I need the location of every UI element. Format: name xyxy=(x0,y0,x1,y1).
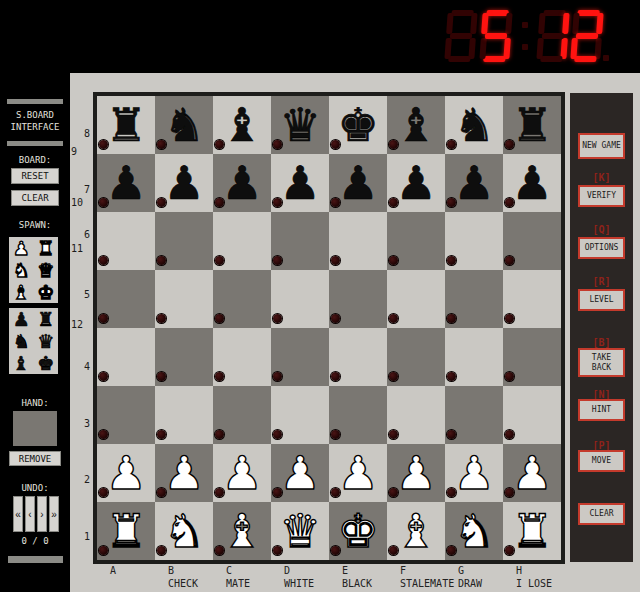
file-label-g: GDRAW xyxy=(445,565,503,592)
piece-black-bishop: ♝ xyxy=(213,96,271,154)
file-label-c: CMATE xyxy=(213,565,271,592)
square-g5[interactable] xyxy=(445,270,503,328)
square-f4[interactable] xyxy=(387,328,445,386)
square-a3[interactable] xyxy=(97,386,155,444)
piece-white-bishop: ♝ xyxy=(387,502,445,560)
square-e7[interactable]: ♟ xyxy=(329,154,387,212)
file-letter: C xyxy=(226,565,271,578)
piece-white-knight: ♞ xyxy=(155,502,213,560)
square-b4[interactable] xyxy=(155,328,213,386)
spawn-white-bishop[interactable]: ♝ xyxy=(9,281,34,303)
square-f5[interactable] xyxy=(387,270,445,328)
square-h5[interactable] xyxy=(503,270,561,328)
square-c2[interactable]: ♟ xyxy=(213,444,271,502)
key-hint-k: [K] xyxy=(570,172,633,183)
square-c5[interactable] xyxy=(213,270,271,328)
square-led xyxy=(215,256,224,265)
spawn-white-pawn[interactable]: ♟ xyxy=(9,237,34,259)
file-labels: ABCHECKCMATEDWHITEEBLACKFSTALEMATEGDRAWH… xyxy=(97,565,561,592)
square-b8[interactable]: ♞ xyxy=(155,96,213,154)
square-led xyxy=(157,430,166,439)
square-a8[interactable]: ♜ xyxy=(97,96,155,154)
square-f1[interactable]: ♝ xyxy=(387,502,445,560)
square-f2[interactable]: ♟ xyxy=(387,444,445,502)
square-d4[interactable] xyxy=(271,328,329,386)
hand-section-label: HAND: xyxy=(0,398,70,408)
rank-label-5: 5 xyxy=(84,289,90,300)
hint-button[interactable]: HINT xyxy=(578,399,625,421)
piece-black-pawn: ♟ xyxy=(13,308,30,330)
square-led xyxy=(99,256,108,265)
move-button[interactable]: MOVE xyxy=(578,450,625,472)
square-f7[interactable]: ♟ xyxy=(387,154,445,212)
chess-board: ♜♞♝♛♚♝♞♜♟♟♟♟♟♟♟♟♟♟♟♟♟♟♟♟♜♞♝♛♚♝♞♜ xyxy=(97,96,561,560)
square-g3[interactable] xyxy=(445,386,503,444)
piece-white-pawn: ♟ xyxy=(387,444,445,502)
piece-white-knight: ♞ xyxy=(445,502,503,560)
square-h3[interactable] xyxy=(503,386,561,444)
rank-label-3: 3 xyxy=(84,418,90,429)
square-e3[interactable] xyxy=(329,386,387,444)
square-led xyxy=(447,372,456,381)
square-b1[interactable]: ♞ xyxy=(155,502,213,560)
square-led xyxy=(273,372,282,381)
piece-white-pawn: ♟ xyxy=(445,444,503,502)
file-letter: D xyxy=(284,565,329,578)
led-row-label-10: 10 xyxy=(71,197,83,208)
spawn-white-panel: ♟♜♞♛♝♚ xyxy=(9,237,58,303)
square-led xyxy=(505,430,514,439)
file-label-a: A xyxy=(97,565,155,592)
spawn-section-label: SPAWN: xyxy=(0,220,70,230)
level-button[interactable]: LEVEL xyxy=(578,289,625,311)
piece-white-pawn: ♟ xyxy=(13,237,30,259)
rank-label-7: 7 xyxy=(84,184,90,195)
options-button[interactable]: OPTIONS xyxy=(578,237,625,259)
square-e6[interactable] xyxy=(329,212,387,270)
square-a1[interactable]: ♜ xyxy=(97,502,155,560)
piece-black-pawn: ♟ xyxy=(503,154,561,212)
clock-digit xyxy=(479,10,513,62)
file-status-label: CHECK xyxy=(168,578,213,589)
led-row-label-9: 9 xyxy=(71,146,77,157)
square-led xyxy=(215,314,224,323)
square-g1[interactable]: ♞ xyxy=(445,502,503,560)
square-led xyxy=(447,314,456,323)
square-c1[interactable]: ♝ xyxy=(213,502,271,560)
square-f6[interactable] xyxy=(387,212,445,270)
file-status-label: I LOSE xyxy=(516,578,561,589)
clock-digit xyxy=(536,10,570,62)
square-led xyxy=(331,430,340,439)
piece-white-pawn: ♟ xyxy=(329,444,387,502)
piece-black-rook: ♜ xyxy=(97,96,155,154)
clock-digit xyxy=(570,10,604,62)
piece-white-knight: ♞ xyxy=(13,259,30,281)
square-led xyxy=(157,372,166,381)
take-back-button[interactable]: TAKE BACK xyxy=(578,348,625,377)
file-status-label: WHITE xyxy=(284,578,329,589)
file-label-d: DWHITE xyxy=(271,565,329,592)
spawn-white-knight[interactable]: ♞ xyxy=(9,259,34,281)
square-led xyxy=(215,430,224,439)
square-led xyxy=(157,314,166,323)
square-led xyxy=(389,430,398,439)
square-a4[interactable] xyxy=(97,328,155,386)
square-led xyxy=(99,372,108,381)
spawn-black-panel: ♟♜♞♛♝♚ xyxy=(9,308,58,374)
square-led xyxy=(505,256,514,265)
square-led xyxy=(389,372,398,381)
square-led xyxy=(273,430,282,439)
square-h7[interactable]: ♟ xyxy=(503,154,561,212)
undo-back-button[interactable]: ‹ xyxy=(25,496,35,532)
file-letter: H xyxy=(516,565,561,578)
piece-black-pawn: ♟ xyxy=(271,154,329,212)
square-led xyxy=(273,314,282,323)
square-led xyxy=(389,256,398,265)
piece-white-pawn: ♟ xyxy=(97,444,155,502)
square-g4[interactable] xyxy=(445,328,503,386)
file-label-h: HI LOSE xyxy=(503,565,561,592)
file-status-label: MATE xyxy=(226,578,271,589)
square-h1[interactable]: ♜ xyxy=(503,502,561,560)
square-c4[interactable] xyxy=(213,328,271,386)
square-g7[interactable]: ♟ xyxy=(445,154,503,212)
file-letter: G xyxy=(458,565,503,578)
clock-decimal-dot xyxy=(603,55,609,61)
file-status-label: STALEMATE xyxy=(400,578,445,589)
piece-black-pawn: ♟ xyxy=(387,154,445,212)
file-label-b: BCHECK xyxy=(155,565,213,592)
square-d3[interactable] xyxy=(271,386,329,444)
piece-black-knight: ♞ xyxy=(445,96,503,154)
clock-colon-dot xyxy=(522,22,528,28)
rank-label-4: 4 xyxy=(84,361,90,372)
divider-bar xyxy=(7,99,63,104)
clock-digit xyxy=(444,10,478,62)
piece-black-bishop: ♝ xyxy=(387,96,445,154)
piece-white-pawn: ♟ xyxy=(503,444,561,502)
piece-white-queen: ♛ xyxy=(271,502,329,560)
file-status-label: BLACK xyxy=(342,578,387,589)
app-title-line1: S.BOARD xyxy=(0,110,70,120)
square-d5[interactable] xyxy=(271,270,329,328)
square-d1[interactable]: ♛ xyxy=(271,502,329,560)
divider-bar xyxy=(7,141,63,146)
square-led xyxy=(331,256,340,265)
square-led xyxy=(157,256,166,265)
square-led xyxy=(99,314,108,323)
spawn-white-queen[interactable]: ♛ xyxy=(34,259,59,281)
left-sidebar: S.BOARD INTERFACE BOARD: RESET CLEAR SPA… xyxy=(0,0,70,592)
undo-section-label: UNDO: xyxy=(0,483,70,493)
square-b2[interactable]: ♟ xyxy=(155,444,213,502)
square-c3[interactable] xyxy=(213,386,271,444)
piece-black-king: ♚ xyxy=(329,96,387,154)
piece-black-pawn: ♟ xyxy=(329,154,387,212)
piece-black-pawn: ♟ xyxy=(155,154,213,212)
square-led xyxy=(331,372,340,381)
spawn-black-rook[interactable]: ♜ xyxy=(34,308,59,330)
clock-colon-dot xyxy=(522,44,528,50)
undo-first-button[interactable]: « xyxy=(13,496,23,532)
square-led xyxy=(215,372,224,381)
square-e4[interactable] xyxy=(329,328,387,386)
led-row-label-11: 11 xyxy=(71,243,83,254)
right-control-panel: NEW GAME[K]VERIFY[Q]OPTIONS[R]LEVEL[B]TA… xyxy=(570,93,633,562)
spawn-black-king[interactable]: ♚ xyxy=(34,352,59,374)
spawn-black-queen[interactable]: ♛ xyxy=(34,330,59,352)
piece-white-pawn: ♟ xyxy=(155,444,213,502)
spawn-black-knight[interactable]: ♞ xyxy=(9,330,34,352)
square-led xyxy=(99,430,108,439)
piece-white-king: ♚ xyxy=(329,502,387,560)
file-letter: A xyxy=(110,565,155,578)
file-letter: B xyxy=(168,565,213,578)
clear-button[interactable]: CLEAR xyxy=(578,503,625,525)
square-d7[interactable]: ♟ xyxy=(271,154,329,212)
file-label-f: FSTALEMATE xyxy=(387,565,445,592)
square-led xyxy=(331,314,340,323)
spawn-black-pawn[interactable]: ♟ xyxy=(9,308,34,330)
piece-white-pawn: ♟ xyxy=(213,444,271,502)
square-g2[interactable]: ♟ xyxy=(445,444,503,502)
square-led xyxy=(505,372,514,381)
seven-segment-clock xyxy=(446,10,606,62)
piece-black-queen: ♛ xyxy=(37,330,54,352)
piece-black-pawn: ♟ xyxy=(445,154,503,212)
hand-slot[interactable] xyxy=(13,411,57,446)
piece-black-bishop: ♝ xyxy=(13,352,30,374)
file-label-e: EBLACK xyxy=(329,565,387,592)
square-led xyxy=(505,314,514,323)
piece-white-bishop: ♝ xyxy=(213,502,271,560)
chess-board-frame: ♜♞♝♛♚♝♞♜♟♟♟♟♟♟♟♟♟♟♟♟♟♟♟♟♜♞♝♛♚♝♞♜ xyxy=(93,92,565,564)
square-f8[interactable]: ♝ xyxy=(387,96,445,154)
square-a2[interactable]: ♟ xyxy=(97,444,155,502)
piece-white-rook: ♜ xyxy=(97,502,155,560)
square-g6[interactable] xyxy=(445,212,503,270)
piece-black-knight: ♞ xyxy=(13,330,30,352)
rank-label-1: 1 xyxy=(84,531,90,542)
spawn-white-rook[interactable]: ♜ xyxy=(34,237,59,259)
square-e8[interactable]: ♚ xyxy=(329,96,387,154)
led-row-label-12: 12 xyxy=(71,319,83,330)
board-section-label: BOARD: xyxy=(0,155,70,165)
square-b3[interactable] xyxy=(155,386,213,444)
square-c6[interactable] xyxy=(213,212,271,270)
square-c8[interactable]: ♝ xyxy=(213,96,271,154)
piece-white-bishop: ♝ xyxy=(13,281,30,303)
remove-button[interactable]: REMOVE xyxy=(9,451,61,466)
square-h8[interactable]: ♜ xyxy=(503,96,561,154)
key-hint-q: [Q] xyxy=(570,224,633,235)
app-title-line2: INTERFACE xyxy=(0,122,70,132)
square-d2[interactable]: ♟ xyxy=(271,444,329,502)
undo-counter: 0 / 0 xyxy=(0,536,70,546)
square-h4[interactable] xyxy=(503,328,561,386)
square-g8[interactable]: ♞ xyxy=(445,96,503,154)
square-a6[interactable] xyxy=(97,212,155,270)
square-h2[interactable]: ♟ xyxy=(503,444,561,502)
square-c7[interactable]: ♟ xyxy=(213,154,271,212)
piece-white-king: ♚ xyxy=(37,281,54,303)
square-a5[interactable] xyxy=(97,270,155,328)
square-d8[interactable]: ♛ xyxy=(271,96,329,154)
undo-forward-button[interactable]: › xyxy=(37,496,47,532)
square-b6[interactable] xyxy=(155,212,213,270)
piece-white-rook: ♜ xyxy=(37,237,54,259)
file-status-label: DRAW xyxy=(458,578,503,589)
piece-white-pawn: ♟ xyxy=(271,444,329,502)
divider-bar xyxy=(8,556,63,563)
undo-last-button[interactable]: » xyxy=(49,496,59,532)
spawn-black-bishop[interactable]: ♝ xyxy=(9,352,34,374)
key-hint-r: [R] xyxy=(570,276,633,287)
verify-button[interactable]: VERIFY xyxy=(578,185,625,207)
square-led xyxy=(447,256,456,265)
square-d6[interactable] xyxy=(271,212,329,270)
square-b5[interactable] xyxy=(155,270,213,328)
square-led xyxy=(273,256,282,265)
square-h6[interactable] xyxy=(503,212,561,270)
reset-button[interactable]: RESET xyxy=(11,168,59,184)
rank-label-6: 6 xyxy=(84,229,90,240)
piece-black-rook: ♜ xyxy=(503,96,561,154)
rank-labels: 897106115124321 xyxy=(70,97,93,561)
spawn-white-king[interactable]: ♚ xyxy=(34,281,59,303)
piece-black-rook: ♜ xyxy=(37,308,54,330)
square-e1[interactable]: ♚ xyxy=(329,502,387,560)
square-e2[interactable]: ♟ xyxy=(329,444,387,502)
undo-controls: «‹›» xyxy=(13,496,59,532)
piece-white-rook: ♜ xyxy=(503,502,561,560)
piece-black-pawn: ♟ xyxy=(97,154,155,212)
key-hint-b: [B] xyxy=(570,337,633,348)
piece-black-queen: ♛ xyxy=(271,96,329,154)
square-f3[interactable] xyxy=(387,386,445,444)
square-a7[interactable]: ♟ xyxy=(97,154,155,212)
square-b7[interactable]: ♟ xyxy=(155,154,213,212)
piece-black-king: ♚ xyxy=(37,352,54,374)
piece-black-knight: ♞ xyxy=(155,96,213,154)
rank-label-8: 8 xyxy=(84,128,90,139)
piece-white-queen: ♛ xyxy=(37,259,54,281)
piece-black-pawn: ♟ xyxy=(213,154,271,212)
file-letter: F xyxy=(400,565,445,578)
square-led xyxy=(389,314,398,323)
square-led xyxy=(447,430,456,439)
clear-board-button[interactable]: CLEAR xyxy=(11,190,59,206)
square-e5[interactable] xyxy=(329,270,387,328)
new-game-button[interactable]: NEW GAME xyxy=(578,133,625,159)
file-letter: E xyxy=(342,565,387,578)
rank-label-2: 2 xyxy=(84,474,90,485)
